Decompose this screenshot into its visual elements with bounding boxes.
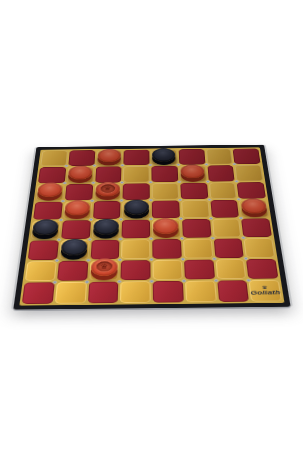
- square-r7c2[interactable]: [57, 261, 88, 281]
- intersection-dot: [64, 165, 68, 167]
- square-r8c3[interactable]: [87, 282, 118, 304]
- black-piece[interactable]: [61, 239, 88, 256]
- red-piece-crowned[interactable]: ♛: [90, 259, 117, 277]
- intersection-dot: [204, 163, 208, 165]
- black-piece[interactable]: [32, 219, 59, 235]
- square-r2c2[interactable]: [66, 167, 93, 183]
- board-perspective-wrapper: ♛♛♛Goliath: [25, 93, 278, 346]
- red-piece-crowned[interactable]: ♛: [95, 182, 120, 197]
- square-r8c4[interactable]: [120, 281, 151, 302]
- square-r4c5[interactable]: [152, 201, 180, 219]
- intersection-dot: [59, 219, 63, 222]
- square-r7c8[interactable]: [246, 259, 278, 279]
- square-r4c7[interactable]: [210, 200, 239, 218]
- square-r2c6[interactable]: [179, 165, 206, 181]
- square-r1c6[interactable]: [178, 149, 205, 164]
- square-r7c3[interactable]: ♛: [89, 260, 119, 280]
- square-r6c8[interactable]: [244, 238, 275, 257]
- intersection-dot: [57, 238, 61, 241]
- intersection-dot: [88, 238, 92, 241]
- square-r6c3[interactable]: [90, 240, 120, 259]
- intersection-dot: [177, 181, 181, 183]
- brand-logo: ♛Goliath: [249, 280, 282, 301]
- square-r8c6[interactable]: [185, 281, 217, 302]
- intersection-dot: [91, 182, 95, 184]
- square-r4c8[interactable]: [239, 200, 269, 218]
- square-r7c5[interactable]: [152, 260, 182, 280]
- square-r5c2[interactable]: [61, 220, 91, 239]
- red-piece[interactable]: [240, 198, 267, 213]
- square-r5c3[interactable]: [91, 220, 120, 239]
- intersection-dot: [89, 218, 93, 221]
- red-piece[interactable]: [65, 200, 91, 215]
- square-r1c7[interactable]: [206, 149, 233, 164]
- square-r3c6[interactable]: [180, 182, 208, 199]
- intersection-dot: [61, 200, 65, 203]
- square-r1c4[interactable]: [124, 150, 150, 166]
- square-r4c1[interactable]: [33, 202, 62, 220]
- square-r3c7[interactable]: [208, 182, 237, 199]
- crown-stamp: ♛: [101, 184, 115, 192]
- intersection-dot: [149, 181, 153, 183]
- square-r7c1[interactable]: [25, 261, 57, 281]
- square-r2c1[interactable]: [38, 167, 66, 183]
- board-grid: ♛♛♛Goliath: [19, 147, 284, 305]
- square-r3c4[interactable]: [123, 183, 150, 200]
- board-frame: ♛♛♛Goliath: [13, 145, 290, 310]
- square-r3c1[interactable]: [36, 184, 65, 201]
- square-r4c2[interactable]: [63, 202, 92, 220]
- square-r1c5[interactable]: [151, 149, 177, 164]
- square-r8c8[interactable]: ♛Goliath: [249, 280, 282, 301]
- square-r3c8[interactable]: [237, 182, 266, 199]
- square-r5c8[interactable]: [241, 218, 272, 237]
- black-piece[interactable]: [152, 148, 175, 161]
- square-r1c3[interactable]: [96, 150, 122, 166]
- square-r8c2[interactable]: [55, 282, 87, 304]
- square-r5c1[interactable]: [30, 221, 60, 240]
- black-piece[interactable]: [93, 219, 119, 235]
- square-r3c2[interactable]: [65, 184, 93, 201]
- checkers-board: ♛♛♛Goliath: [13, 145, 290, 310]
- red-piece[interactable]: [37, 183, 63, 198]
- square-r2c4[interactable]: [123, 166, 149, 182]
- square-r2c7[interactable]: [207, 165, 235, 181]
- intersection-dot: [90, 199, 94, 202]
- square-r1c2[interactable]: [68, 150, 95, 166]
- crown-icon: ♛: [104, 186, 112, 191]
- square-r6c1[interactable]: [28, 240, 59, 259]
- intersection-dot: [92, 164, 96, 166]
- intersection-dot: [86, 259, 90, 262]
- intersection-dot: [55, 259, 59, 262]
- square-r8c1[interactable]: [22, 282, 55, 304]
- square-r5c7[interactable]: [212, 219, 242, 238]
- square-r8c7[interactable]: [217, 280, 249, 301]
- square-r6c6[interactable]: [183, 239, 213, 258]
- square-r2c3[interactable]: [95, 166, 122, 182]
- square-r6c2[interactable]: [59, 240, 89, 259]
- square-r6c7[interactable]: [213, 238, 244, 257]
- red-piece[interactable]: [180, 164, 204, 178]
- black-piece[interactable]: [124, 200, 149, 215]
- square-r3c5[interactable]: [152, 183, 179, 200]
- square-r8c5[interactable]: [153, 281, 184, 302]
- square-r4c4[interactable]: [122, 201, 150, 219]
- square-r6c4[interactable]: [121, 239, 150, 258]
- red-piece[interactable]: [97, 149, 121, 162]
- intersection-dot: [148, 164, 152, 166]
- crown-stamp: ♛: [96, 262, 112, 272]
- intersection-dot: [176, 164, 180, 166]
- square-r6c5[interactable]: [152, 239, 181, 258]
- intersection-dot: [120, 181, 124, 183]
- product-photo-canvas: ♛♛♛Goliath: [0, 0, 303, 450]
- square-r2c5[interactable]: [151, 166, 178, 182]
- square-r5c6[interactable]: [182, 219, 211, 238]
- red-piece[interactable]: [68, 165, 93, 179]
- square-r1c8[interactable]: [233, 148, 261, 163]
- intersection-dot: [63, 182, 67, 184]
- square-r5c4[interactable]: [122, 220, 150, 239]
- crown-icon: ♛: [100, 263, 109, 270]
- intersection-dot: [206, 180, 210, 182]
- square-r4c6[interactable]: [181, 200, 210, 218]
- square-r5c5[interactable]: [152, 219, 181, 238]
- square-r1c1[interactable]: [40, 150, 67, 166]
- red-piece[interactable]: [153, 218, 179, 234]
- square-r4c3[interactable]: [93, 201, 121, 219]
- square-r7c6[interactable]: [184, 259, 215, 279]
- square-r7c7[interactable]: [215, 259, 247, 279]
- brand-logo-text: Goliath: [250, 290, 280, 296]
- intersection-dot: [120, 164, 124, 166]
- square-r3c3[interactable]: ♛: [94, 183, 122, 200]
- square-r7c4[interactable]: [121, 260, 151, 280]
- square-r2c8[interactable]: [235, 165, 263, 181]
